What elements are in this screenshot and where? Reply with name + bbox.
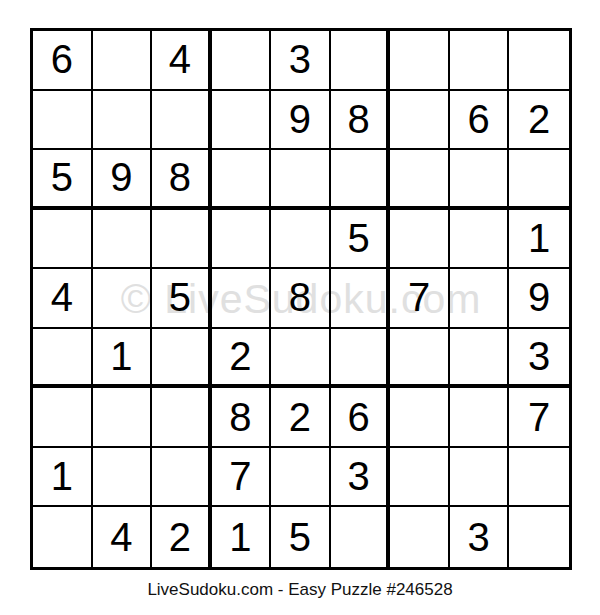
cell-r7c6[interactable]: 6: [331, 388, 391, 448]
cell-r4c4[interactable]: [212, 210, 272, 270]
cell-r1c7[interactable]: [390, 31, 450, 91]
cell-r7c8[interactable]: [450, 388, 510, 448]
cell-r3c4[interactable]: [212, 150, 272, 210]
cell-r3c7[interactable]: [390, 150, 450, 210]
cell-r6c6[interactable]: [331, 329, 391, 389]
cell-r2c4[interactable]: [212, 91, 272, 151]
cell-r2c3[interactable]: [152, 91, 212, 151]
cell-r2c2[interactable]: [93, 91, 153, 151]
cell-r5c3[interactable]: 5: [152, 269, 212, 329]
cell-r7c7[interactable]: [390, 388, 450, 448]
cell-r8c1[interactable]: 1: [33, 448, 93, 508]
cell-r4c3[interactable]: [152, 210, 212, 270]
cell-r4c2[interactable]: [93, 210, 153, 270]
cell-r4c9[interactable]: 1: [509, 210, 569, 270]
cell-r9c3[interactable]: 2: [152, 507, 212, 567]
cell-r6c7[interactable]: [390, 329, 450, 389]
cell-r8c9[interactable]: [509, 448, 569, 508]
cell-r1c8[interactable]: [450, 31, 510, 91]
cell-r6c3[interactable]: [152, 329, 212, 389]
cell-r5c6[interactable]: [331, 269, 391, 329]
cell-r4c8[interactable]: [450, 210, 510, 270]
cell-r5c8[interactable]: [450, 269, 510, 329]
cell-r8c2[interactable]: [93, 448, 153, 508]
cell-r8c6[interactable]: 3: [331, 448, 391, 508]
cell-r7c3[interactable]: [152, 388, 212, 448]
cell-r2c8[interactable]: 6: [450, 91, 510, 151]
cell-r7c5[interactable]: 2: [271, 388, 331, 448]
cell-r1c3[interactable]: 4: [152, 31, 212, 91]
cell-r5c1[interactable]: 4: [33, 269, 93, 329]
cell-r8c3[interactable]: [152, 448, 212, 508]
cell-r4c7[interactable]: [390, 210, 450, 270]
cell-r5c2[interactable]: [93, 269, 153, 329]
cell-r5c7[interactable]: 7: [390, 269, 450, 329]
cell-r2c5[interactable]: 9: [271, 91, 331, 151]
cell-r6c5[interactable]: [271, 329, 331, 389]
cell-r9c2[interactable]: 4: [93, 507, 153, 567]
cell-r8c4[interactable]: 7: [212, 448, 272, 508]
cell-r3c2[interactable]: 9: [93, 150, 153, 210]
cell-r9c1[interactable]: [33, 507, 93, 567]
sudoku-page: © LiveSudoku.com 64398625985145879123826…: [0, 0, 600, 615]
cell-r2c7[interactable]: [390, 91, 450, 151]
cell-r4c6[interactable]: 5: [331, 210, 391, 270]
cell-r2c1[interactable]: [33, 91, 93, 151]
cell-r9c5[interactable]: 5: [271, 507, 331, 567]
cell-r9c6[interactable]: [331, 507, 391, 567]
cell-r7c9[interactable]: 7: [509, 388, 569, 448]
cell-r3c5[interactable]: [271, 150, 331, 210]
cell-r1c2[interactable]: [93, 31, 153, 91]
cell-r6c9[interactable]: 3: [509, 329, 569, 389]
sudoku-board: © LiveSudoku.com 64398625985145879123826…: [30, 28, 572, 570]
cell-r3c9[interactable]: [509, 150, 569, 210]
cell-r6c4[interactable]: 2: [212, 329, 272, 389]
cell-r9c8[interactable]: 3: [450, 507, 510, 567]
cell-r3c8[interactable]: [450, 150, 510, 210]
cell-r9c9[interactable]: [509, 507, 569, 567]
cell-r6c2[interactable]: 1: [93, 329, 153, 389]
cell-r8c7[interactable]: [390, 448, 450, 508]
cell-r1c6[interactable]: [331, 31, 391, 91]
cell-r7c1[interactable]: [33, 388, 93, 448]
cell-r5c5[interactable]: 8: [271, 269, 331, 329]
cell-r4c1[interactable]: [33, 210, 93, 270]
cell-r8c8[interactable]: [450, 448, 510, 508]
cell-r7c2[interactable]: [93, 388, 153, 448]
cell-r8c5[interactable]: [271, 448, 331, 508]
cell-r4c5[interactable]: [271, 210, 331, 270]
cell-r1c1[interactable]: 6: [33, 31, 93, 91]
cell-r5c9[interactable]: 9: [509, 269, 569, 329]
cell-r9c7[interactable]: [390, 507, 450, 567]
caption: LiveSudoku.com - Easy Puzzle #246528: [0, 580, 600, 600]
cell-r6c1[interactable]: [33, 329, 93, 389]
cell-r6c8[interactable]: [450, 329, 510, 389]
cell-r3c3[interactable]: 8: [152, 150, 212, 210]
cell-r7c4[interactable]: 8: [212, 388, 272, 448]
cell-r2c6[interactable]: 8: [331, 91, 391, 151]
cell-r3c1[interactable]: 5: [33, 150, 93, 210]
cell-r9c4[interactable]: 1: [212, 507, 272, 567]
cell-r5c4[interactable]: [212, 269, 272, 329]
cell-r1c5[interactable]: 3: [271, 31, 331, 91]
cell-r2c9[interactable]: 2: [509, 91, 569, 151]
cell-r1c4[interactable]: [212, 31, 272, 91]
cell-r3c6[interactable]: [331, 150, 391, 210]
cell-r1c9[interactable]: [509, 31, 569, 91]
